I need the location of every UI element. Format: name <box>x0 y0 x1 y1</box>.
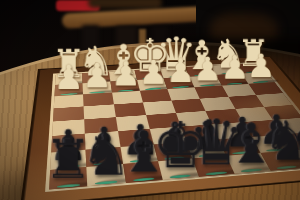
square-g3[interactable] <box>83 92 113 106</box>
scene: ♜♞♝♚♛♝♞♜♟♟♟♟♟♟♟♟♟♟♟♟♟♟♟♟♜♞♝♚♛♝♞♜ <box>0 0 300 200</box>
square-f4[interactable] <box>113 102 145 117</box>
piece-white-pawn[interactable]: ♟ <box>138 56 168 89</box>
board-grid: ♜♞♝♚♛♝♞♜♟♟♟♟♟♟♟♟♟♟♟♟♟♟♟♟♜♞♝♚♛♝♞♜ <box>45 62 300 192</box>
square-h8[interactable]: ♜ <box>49 167 87 190</box>
square-e2[interactable]: ♟ <box>137 78 167 90</box>
square-g2[interactable]: ♟ <box>83 82 112 95</box>
piece-white-pawn[interactable]: ♟ <box>193 53 222 86</box>
square-f2[interactable]: ♟ <box>110 80 140 93</box>
piece-white-pawn[interactable]: ♟ <box>111 58 141 91</box>
piece-white-pawn[interactable]: ♟ <box>82 59 112 92</box>
piece-white-pawn[interactable]: ♟ <box>54 61 84 95</box>
square-h2[interactable]: ♟ <box>54 83 83 96</box>
square-a3[interactable] <box>248 82 283 95</box>
board-frame: ♜♞♝♚♛♝♞♜♟♟♟♟♟♟♟♟♟♟♟♟♟♟♟♟♜♞♝♚♛♝♞♜ <box>23 56 300 200</box>
piece-white-pawn[interactable]: ♟ <box>246 50 275 82</box>
square-a4[interactable] <box>256 93 293 107</box>
square-g4[interactable] <box>84 104 116 119</box>
square-g8[interactable]: ♞ <box>87 164 126 186</box>
piece-white-pawn[interactable]: ♟ <box>166 55 195 88</box>
piece-white-pawn[interactable]: ♟ <box>220 52 249 84</box>
piece-black-rook[interactable]: ♜ <box>44 133 92 187</box>
chess-board: ♜♞♝♚♛♝♞♜♟♟♟♟♟♟♟♟♟♟♟♟♟♟♟♟♜♞♝♚♛♝♞♜ <box>36 0 300 200</box>
